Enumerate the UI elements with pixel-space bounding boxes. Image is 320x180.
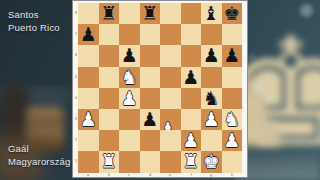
square-g8: ♝ bbox=[201, 3, 222, 24]
square-b6 bbox=[99, 45, 120, 66]
square-a3: ♟ bbox=[78, 109, 99, 130]
black-bishop-g8: ♝ bbox=[201, 3, 222, 24]
square-g5 bbox=[201, 67, 222, 88]
rank-label-7: 7 bbox=[75, 32, 77, 36]
square-e2 bbox=[160, 130, 181, 151]
white-rook-f1: ♜ bbox=[181, 151, 202, 172]
square-c3 bbox=[119, 109, 140, 130]
square-d6 bbox=[140, 45, 161, 66]
black-rook-d8: ♜ bbox=[140, 3, 161, 24]
white-pawn-g3: ♟ bbox=[201, 109, 222, 130]
square-h5 bbox=[222, 67, 243, 88]
file-label-e: e bbox=[169, 173, 171, 177]
file-label-h: h bbox=[231, 173, 233, 177]
square-h3: ♞ bbox=[222, 109, 243, 130]
bottom-player-name: Gaál bbox=[8, 143, 71, 156]
square-h1 bbox=[222, 151, 243, 172]
square-a2 bbox=[78, 130, 99, 151]
white-knight-h3: ♞ bbox=[222, 109, 243, 130]
square-e3: ♟ bbox=[160, 109, 181, 130]
rank-label-5: 5 bbox=[75, 75, 77, 79]
square-g4: ♞ bbox=[201, 88, 222, 109]
square-c5: ♞ bbox=[119, 67, 140, 88]
white-rook-b1: ♜ bbox=[99, 151, 120, 172]
rank-label-3: 3 bbox=[75, 117, 77, 121]
file-label-d: d bbox=[149, 173, 151, 177]
square-h4 bbox=[222, 88, 243, 109]
black-rook-b8: ♜ bbox=[99, 3, 120, 24]
square-c8 bbox=[119, 3, 140, 24]
rank-label-4: 4 bbox=[75, 96, 77, 100]
square-d7 bbox=[140, 24, 161, 45]
bottom-player-federation: Magyarország bbox=[8, 156, 71, 169]
black-pawn-g6: ♟ bbox=[201, 45, 222, 66]
bokeh-light-dot bbox=[254, 82, 264, 92]
square-h8: ♚ bbox=[222, 3, 243, 24]
black-pawn-h6: ♟ bbox=[222, 45, 243, 66]
square-b8: ♜ bbox=[99, 3, 120, 24]
square-c2 bbox=[119, 130, 140, 151]
black-king-h8: ♚ bbox=[222, 3, 243, 24]
white-king-g1: ♚ bbox=[201, 151, 222, 172]
rank-label-1: 1 bbox=[75, 160, 77, 164]
square-d2 bbox=[140, 130, 161, 151]
file-label-c: c bbox=[128, 173, 130, 177]
square-a8 bbox=[78, 3, 99, 24]
square-h2: ♟ bbox=[222, 130, 243, 151]
square-e1 bbox=[160, 151, 181, 172]
square-g2 bbox=[201, 130, 222, 151]
square-e4 bbox=[160, 88, 181, 109]
square-g3: ♟ bbox=[201, 109, 222, 130]
bottom-player-caption: Gaál Magyarország bbox=[8, 143, 71, 168]
bokeh-light-dot bbox=[266, 95, 273, 102]
rank-label-2: 2 bbox=[75, 138, 77, 142]
top-player-caption: Santos Puerto Rico bbox=[8, 9, 60, 34]
square-f7 bbox=[181, 24, 202, 45]
square-d8: ♜ bbox=[140, 3, 161, 24]
rank-label-6: 6 bbox=[75, 54, 77, 58]
white-pawn-c4: ♟ bbox=[119, 88, 140, 109]
square-a1 bbox=[78, 151, 99, 172]
square-c4: ♟ bbox=[119, 88, 140, 109]
square-c1 bbox=[119, 151, 140, 172]
black-pawn-c6: ♟ bbox=[119, 45, 140, 66]
square-d5 bbox=[140, 67, 161, 88]
square-f6 bbox=[181, 45, 202, 66]
white-knight-c5: ♞ bbox=[119, 67, 140, 88]
square-f8 bbox=[181, 3, 202, 24]
square-f4 bbox=[181, 88, 202, 109]
square-d1 bbox=[140, 151, 161, 172]
square-b4 bbox=[99, 88, 120, 109]
file-label-a: a bbox=[87, 173, 89, 177]
file-label-g: g bbox=[210, 173, 212, 177]
square-a4 bbox=[78, 88, 99, 109]
chess-board: ♜♜♝♚♟♟♟♟♞♟♟♞♟♟♟♟♞♟♟♜♜♚ bbox=[78, 3, 242, 173]
square-f3 bbox=[181, 109, 202, 130]
file-label-b: b bbox=[108, 173, 110, 177]
square-h6: ♟ bbox=[222, 45, 243, 66]
square-e8 bbox=[160, 3, 181, 24]
white-pawn-f2: ♟ bbox=[181, 130, 202, 151]
white-pawn-a3: ♟ bbox=[78, 109, 99, 130]
square-a5 bbox=[78, 67, 99, 88]
square-c7 bbox=[119, 24, 140, 45]
square-d4 bbox=[140, 88, 161, 109]
top-player-federation: Puerto Rico bbox=[8, 22, 60, 35]
square-b7 bbox=[99, 24, 120, 45]
square-h7 bbox=[222, 24, 243, 45]
black-pawn-a7: ♟ bbox=[78, 24, 99, 45]
rank-label-8: 8 bbox=[75, 11, 77, 15]
file-label-f: f bbox=[190, 173, 191, 177]
square-g1: ♚ bbox=[201, 151, 222, 172]
square-e6 bbox=[160, 45, 181, 66]
white-pawn-h2: ♟ bbox=[222, 130, 243, 151]
top-player-name: Santos bbox=[8, 9, 60, 22]
black-knight-g4: ♞ bbox=[201, 88, 222, 109]
square-a6 bbox=[78, 45, 99, 66]
square-g7 bbox=[201, 24, 222, 45]
black-pawn-f5: ♟ bbox=[181, 67, 202, 88]
square-a7: ♟ bbox=[78, 24, 99, 45]
square-f2: ♟ bbox=[181, 130, 202, 151]
square-b2 bbox=[99, 130, 120, 151]
square-g6: ♟ bbox=[201, 45, 222, 66]
square-b3 bbox=[99, 109, 120, 130]
square-b5 bbox=[99, 67, 120, 88]
square-b1: ♜ bbox=[99, 151, 120, 172]
chess-board-frame: ♜♜♝♚♟♟♟♟♞♟♟♞♟♟♟♟♞♟♟♜♜♚ 87654321 abcdefgh bbox=[72, 0, 248, 178]
square-c6: ♟ bbox=[119, 45, 140, 66]
square-f1: ♜ bbox=[181, 151, 202, 172]
square-e5 bbox=[160, 67, 181, 88]
square-f5: ♟ bbox=[181, 67, 202, 88]
square-e7 bbox=[160, 24, 181, 45]
